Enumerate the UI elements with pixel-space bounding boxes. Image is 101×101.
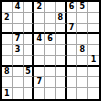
cell-r7c6-empty[interactable] [56, 67, 67, 78]
cell-r3c4-empty[interactable] [34, 24, 45, 35]
cell-r1c4-given: 2 [34, 2, 45, 13]
cell-r6c4-empty[interactable] [34, 56, 45, 67]
cell-r2c8-empty[interactable] [77, 13, 88, 24]
cell-r6c2-empty[interactable] [13, 56, 24, 67]
cell-r9c6-empty[interactable] [56, 88, 67, 99]
cell-r9c3-empty[interactable] [24, 88, 35, 99]
cell-r5c8-given: 8 [77, 45, 88, 56]
cell-r2c9-empty[interactable] [88, 13, 99, 24]
cell-r8c3-empty[interactable] [24, 77, 35, 88]
cell-r4c4-given: 4 [34, 34, 45, 45]
cell-r6c7-empty[interactable] [67, 56, 78, 67]
cell-r7c7-empty[interactable] [67, 67, 78, 78]
cell-r6c1-empty[interactable] [2, 56, 13, 67]
cell-r5c2-given: 3 [13, 45, 24, 56]
cell-r9c7-empty[interactable] [67, 88, 78, 99]
cell-r2c1-given: 2 [2, 13, 13, 24]
cell-r1c1-empty[interactable] [2, 2, 13, 13]
cell-r7c2-empty[interactable] [13, 67, 24, 78]
sudoku-board: 42652877463818571 [0, 0, 101, 101]
cell-r9c2-empty[interactable] [13, 88, 24, 99]
cell-r4c2-given: 7 [13, 34, 24, 45]
cell-r1c7-given: 6 [67, 2, 78, 13]
cell-r5c7-empty[interactable] [67, 45, 78, 56]
cell-r7c8-empty[interactable] [77, 67, 88, 78]
cell-r3c1-empty[interactable] [2, 24, 13, 35]
cell-r1c6-empty[interactable] [56, 2, 67, 13]
cell-r8c2-empty[interactable] [13, 77, 24, 88]
cell-r2c2-empty[interactable] [13, 13, 24, 24]
cell-r4c9-empty[interactable] [88, 34, 99, 45]
cell-r2c3-empty[interactable] [24, 13, 35, 24]
cell-r9c1-given: 1 [2, 88, 13, 99]
cell-r1c8-given: 5 [77, 2, 88, 13]
cell-r8c9-empty[interactable] [88, 77, 99, 88]
cell-r5c1-empty[interactable] [2, 45, 13, 56]
cell-r9c5-empty[interactable] [45, 88, 56, 99]
cell-r6c5-empty[interactable] [45, 56, 56, 67]
cell-r3c8-empty[interactable] [77, 24, 88, 35]
cell-r3c5-empty[interactable] [45, 24, 56, 35]
cell-r1c5-empty[interactable] [45, 2, 56, 13]
cell-r6c8-empty[interactable] [77, 56, 88, 67]
cell-r6c3-empty[interactable] [24, 56, 35, 67]
cell-r3c3-empty[interactable] [24, 24, 35, 35]
cell-r2c6-given: 8 [56, 13, 67, 24]
cell-r8c5-empty[interactable] [45, 77, 56, 88]
cell-r7c9-empty[interactable] [88, 67, 99, 78]
cell-r1c9-empty[interactable] [88, 2, 99, 13]
cell-r3c6-empty[interactable] [56, 24, 67, 35]
cell-r1c2-given: 4 [13, 2, 24, 13]
cell-r5c3-empty[interactable] [24, 45, 35, 56]
cell-r8c4-given: 7 [34, 77, 45, 88]
cell-r4c3-empty[interactable] [24, 34, 35, 45]
cell-r2c5-empty[interactable] [45, 13, 56, 24]
cell-r8c8-empty[interactable] [77, 77, 88, 88]
cell-r7c5-empty[interactable] [45, 67, 56, 78]
cell-r9c8-empty[interactable] [77, 88, 88, 99]
cell-r9c4-empty[interactable] [34, 88, 45, 99]
cell-r4c8-empty[interactable] [77, 34, 88, 45]
cell-r4c6-empty[interactable] [56, 34, 67, 45]
cell-r3c2-empty[interactable] [13, 24, 24, 35]
cell-r9c9-empty[interactable] [88, 88, 99, 99]
cell-r4c7-empty[interactable] [67, 34, 78, 45]
cell-r4c5-given: 6 [45, 34, 56, 45]
cell-r2c4-empty[interactable] [34, 13, 45, 24]
cell-r6c9-given: 1 [88, 56, 99, 67]
cell-r5c5-empty[interactable] [45, 45, 56, 56]
cell-r3c7-given: 7 [67, 24, 78, 35]
cell-r8c6-empty[interactable] [56, 77, 67, 88]
cell-r5c6-empty[interactable] [56, 45, 67, 56]
cell-r3c9-empty[interactable] [88, 24, 99, 35]
cell-r8c1-empty[interactable] [2, 77, 13, 88]
cell-r5c4-empty[interactable] [34, 45, 45, 56]
cell-r7c3-given: 5 [24, 67, 35, 78]
cell-r4c1-empty[interactable] [2, 34, 13, 45]
cell-r7c1-given: 8 [2, 67, 13, 78]
cell-r7c4-empty[interactable] [34, 67, 45, 78]
cell-r8c7-empty[interactable] [67, 77, 78, 88]
cell-r2c7-empty[interactable] [67, 13, 78, 24]
cell-r1c3-empty[interactable] [24, 2, 35, 13]
cell-r5c9-empty[interactable] [88, 45, 99, 56]
cell-r6c6-empty[interactable] [56, 56, 67, 67]
